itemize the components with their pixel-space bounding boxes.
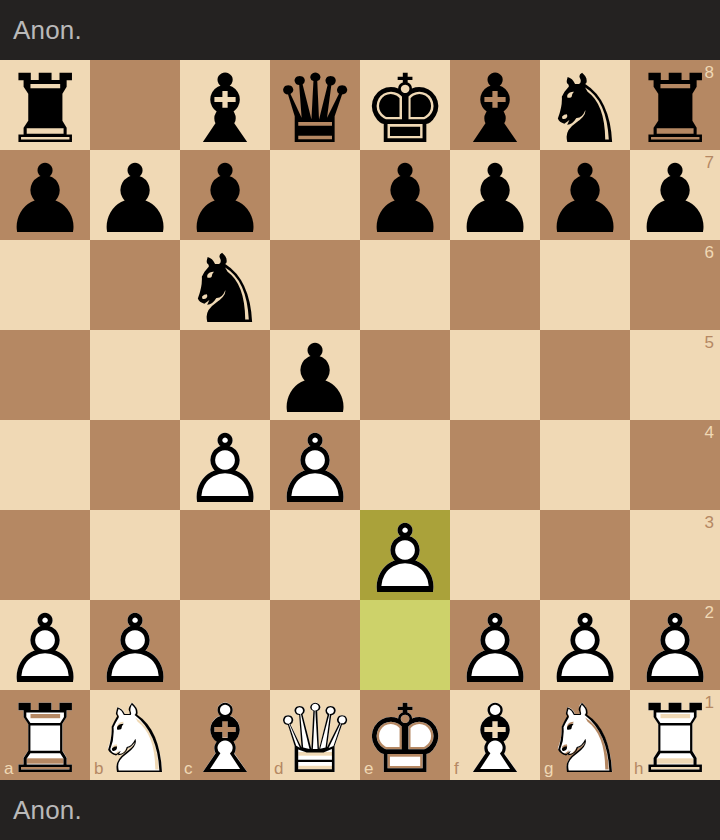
top-player-bar: Anon.	[0, 0, 720, 60]
piece-white-pawn[interactable]: ♟♙	[0, 600, 90, 690]
square-b7[interactable]: ♟	[90, 150, 180, 240]
square-g8[interactable]: ♞	[540, 60, 630, 150]
black-piece-fill: ♝	[180, 64, 270, 154]
square-c8[interactable]: ♝	[180, 60, 270, 150]
square-d7[interactable]	[270, 150, 360, 240]
square-c4[interactable]: ♟♙	[180, 420, 270, 510]
square-b3[interactable]	[90, 510, 180, 600]
white-piece-outline: ♙	[450, 604, 540, 694]
piece-white-pawn[interactable]: ♟♙	[540, 600, 630, 690]
square-c6[interactable]: ♞	[180, 240, 270, 330]
coord-rank-6: 6	[705, 244, 714, 261]
black-piece-fill: ♞	[540, 64, 630, 154]
white-piece-outline: ♘	[90, 694, 180, 784]
square-a4[interactable]	[0, 420, 90, 510]
square-a8[interactable]: ♜	[0, 60, 90, 150]
piece-black-pawn[interactable]: ♟	[360, 150, 450, 240]
piece-black-bishop[interactable]: ♝	[180, 60, 270, 150]
coord-rank-3: 3	[705, 514, 714, 531]
square-d2[interactable]	[270, 600, 360, 690]
piece-white-pawn[interactable]: ♟♙	[630, 600, 720, 690]
white-piece-outline: ♖	[0, 694, 90, 784]
piece-black-pawn[interactable]: ♟	[540, 150, 630, 240]
square-f3[interactable]	[450, 510, 540, 600]
square-h6[interactable]: 6	[630, 240, 720, 330]
piece-white-pawn[interactable]: ♟♙	[90, 600, 180, 690]
white-piece-outline: ♙	[540, 604, 630, 694]
square-e3[interactable]: ♟♙	[360, 510, 450, 600]
square-b2[interactable]: ♟♙	[90, 600, 180, 690]
square-e4[interactable]	[360, 420, 450, 510]
piece-white-knight[interactable]: ♞♘	[90, 690, 180, 780]
piece-white-knight[interactable]: ♞♘	[540, 690, 630, 780]
white-piece-outline: ♖	[630, 694, 720, 784]
piece-white-bishop[interactable]: ♝♗	[450, 690, 540, 780]
piece-white-pawn[interactable]: ♟♙	[360, 510, 450, 600]
square-h7[interactable]: 7♟	[630, 150, 720, 240]
piece-black-rook[interactable]: ♜	[0, 60, 90, 150]
square-b1[interactable]: b♞♘	[90, 690, 180, 780]
piece-black-knight[interactable]: ♞	[540, 60, 630, 150]
square-b8[interactable]	[90, 60, 180, 150]
square-f2[interactable]: ♟♙	[450, 600, 540, 690]
square-c2[interactable]	[180, 600, 270, 690]
square-f7[interactable]: ♟	[450, 150, 540, 240]
square-c1[interactable]: c♝♗	[180, 690, 270, 780]
black-piece-fill: ♟	[0, 154, 90, 244]
white-piece-outline: ♙	[180, 424, 270, 514]
square-g4[interactable]	[540, 420, 630, 510]
piece-black-pawn[interactable]: ♟	[180, 150, 270, 240]
square-b6[interactable]	[90, 240, 180, 330]
top-player-name: Anon.	[13, 17, 82, 43]
white-piece-outline: ♕	[270, 694, 360, 784]
white-piece-outline: ♘	[540, 694, 630, 784]
square-d6[interactable]	[270, 240, 360, 330]
black-piece-fill: ♜	[0, 64, 90, 154]
square-g1[interactable]: g♞♘	[540, 690, 630, 780]
black-piece-fill: ♟	[450, 154, 540, 244]
black-piece-fill: ♛	[270, 64, 360, 154]
square-g2[interactable]: ♟♙	[540, 600, 630, 690]
piece-black-pawn[interactable]: ♟	[270, 330, 360, 420]
coord-rank-4: 4	[705, 424, 714, 441]
piece-white-king[interactable]: ♚♔	[360, 690, 450, 780]
square-h2[interactable]: 2♟♙	[630, 600, 720, 690]
square-g3[interactable]	[540, 510, 630, 600]
black-piece-fill: ♝	[450, 64, 540, 154]
piece-white-bishop[interactable]: ♝♗	[180, 690, 270, 780]
square-d8[interactable]: ♛	[270, 60, 360, 150]
square-c5[interactable]	[180, 330, 270, 420]
piece-white-rook[interactable]: ♜♖	[630, 690, 720, 780]
square-h3[interactable]: 3	[630, 510, 720, 600]
square-f1[interactable]: f♝♗	[450, 690, 540, 780]
square-e1[interactable]: e♚♔	[360, 690, 450, 780]
square-f4[interactable]	[450, 420, 540, 510]
piece-white-pawn[interactable]: ♟♙	[270, 420, 360, 510]
white-piece-outline: ♗	[450, 694, 540, 784]
black-piece-fill: ♚	[360, 64, 450, 154]
white-piece-outline: ♙	[90, 604, 180, 694]
piece-black-pawn[interactable]: ♟	[90, 150, 180, 240]
piece-black-king[interactable]: ♚	[360, 60, 450, 150]
square-f6[interactable]	[450, 240, 540, 330]
white-piece-outline: ♙	[360, 514, 450, 604]
bottom-player-name: Anon.	[13, 797, 82, 823]
square-d5[interactable]: ♟	[270, 330, 360, 420]
white-piece-outline: ♗	[180, 694, 270, 784]
square-a6[interactable]	[0, 240, 90, 330]
square-f5[interactable]	[450, 330, 540, 420]
piece-black-queen[interactable]: ♛	[270, 60, 360, 150]
white-piece-outline: ♙	[270, 424, 360, 514]
chess-app: Anon. ♜♝♛♚♝♞8♜♟♟♟♟♟♟7♟♞6♟5♟♙♟♙4♟♙3♟♙♟♙♟♙…	[0, 0, 720, 840]
piece-white-queen[interactable]: ♛♕	[270, 690, 360, 780]
square-a3[interactable]	[0, 510, 90, 600]
piece-black-pawn[interactable]: ♟	[630, 150, 720, 240]
square-h5[interactable]: 5	[630, 330, 720, 420]
black-piece-fill: ♞	[180, 244, 270, 334]
white-piece-outline: ♔	[360, 694, 450, 784]
square-d4[interactable]: ♟♙	[270, 420, 360, 510]
piece-black-pawn[interactable]: ♟	[0, 150, 90, 240]
square-h1[interactable]: h1♜♖	[630, 690, 720, 780]
square-e6[interactable]	[360, 240, 450, 330]
black-piece-fill: ♟	[180, 154, 270, 244]
square-a7[interactable]: ♟	[0, 150, 90, 240]
black-piece-fill: ♟	[270, 334, 360, 424]
black-piece-fill: ♟	[90, 154, 180, 244]
black-piece-fill: ♟	[360, 154, 450, 244]
square-e7[interactable]: ♟	[360, 150, 450, 240]
piece-black-pawn[interactable]: ♟	[450, 150, 540, 240]
piece-black-knight[interactable]: ♞	[180, 240, 270, 330]
square-h8[interactable]: 8♜	[630, 60, 720, 150]
square-a2[interactable]: ♟♙	[0, 600, 90, 690]
square-f8[interactable]: ♝	[450, 60, 540, 150]
black-piece-fill: ♜	[630, 64, 720, 154]
square-b5[interactable]	[90, 330, 180, 420]
square-g6[interactable]	[540, 240, 630, 330]
square-e8[interactable]: ♚	[360, 60, 450, 150]
coord-rank-5: 5	[705, 334, 714, 351]
piece-white-pawn[interactable]: ♟♙	[450, 600, 540, 690]
black-piece-fill: ♟	[630, 154, 720, 244]
black-piece-fill: ♟	[540, 154, 630, 244]
square-e2[interactable]	[360, 600, 450, 690]
piece-black-rook[interactable]: ♜	[630, 60, 720, 150]
white-piece-outline: ♙	[630, 604, 720, 694]
square-d3[interactable]	[270, 510, 360, 600]
square-c3[interactable]	[180, 510, 270, 600]
white-piece-outline: ♙	[0, 604, 90, 694]
square-a1[interactable]: a♜♖	[0, 690, 90, 780]
square-a5[interactable]	[0, 330, 90, 420]
chess-board: ♜♝♛♚♝♞8♜♟♟♟♟♟♟7♟♞6♟5♟♙♟♙4♟♙3♟♙♟♙♟♙♟♙2♟♙a…	[0, 60, 720, 780]
square-d1[interactable]: d♛♕	[270, 690, 360, 780]
square-c7[interactable]: ♟	[180, 150, 270, 240]
square-h4[interactable]: 4	[630, 420, 720, 510]
piece-white-pawn[interactable]: ♟♙	[180, 420, 270, 510]
square-e5[interactable]	[360, 330, 450, 420]
piece-black-bishop[interactable]: ♝	[450, 60, 540, 150]
square-g5[interactable]	[540, 330, 630, 420]
square-g7[interactable]: ♟	[540, 150, 630, 240]
piece-white-rook[interactable]: ♜♖	[0, 690, 90, 780]
square-b4[interactable]	[90, 420, 180, 510]
